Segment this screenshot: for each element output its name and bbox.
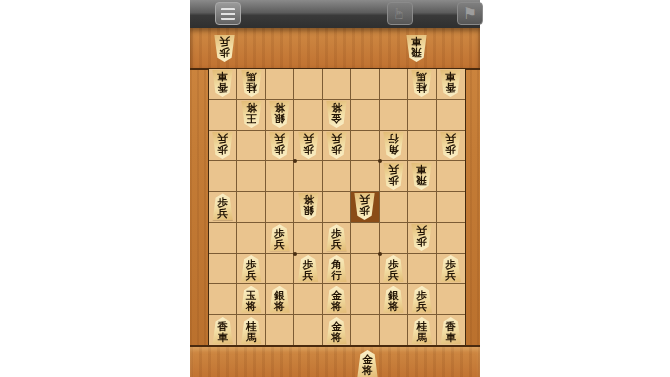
star-point xyxy=(378,252,382,256)
piece-7h[interactable]: 銀将 xyxy=(268,286,291,313)
square-9f[interactable] xyxy=(209,223,237,254)
piece-kanji: 香車 xyxy=(445,318,456,344)
piece-2f[interactable]: 歩兵 xyxy=(410,224,433,251)
piece-kanji: 銀将 xyxy=(388,287,399,313)
square-7g[interactable] xyxy=(266,254,294,285)
piece-8g[interactable]: 歩兵 xyxy=(240,255,263,282)
piece-5i[interactable]: 金将 xyxy=(325,317,348,344)
square-5e[interactable] xyxy=(323,192,351,223)
piece-kanji: 歩兵 xyxy=(246,256,257,282)
square-9c[interactable]: 歩兵 xyxy=(209,131,237,162)
square-9d[interactable] xyxy=(209,161,237,192)
piece-7f[interactable]: 歩兵 xyxy=(268,224,291,251)
square-5c[interactable]: 歩兵 xyxy=(323,131,351,162)
square-3a[interactable] xyxy=(380,69,408,100)
piece-5b[interactable]: 金将 xyxy=(325,101,348,128)
square-6b[interactable] xyxy=(294,100,322,131)
square-5h[interactable]: 金将 xyxy=(323,284,351,315)
piece-7c[interactable]: 歩兵 xyxy=(268,132,291,159)
piece-kanji: 歩兵 xyxy=(416,287,427,313)
square-3h[interactable]: 銀将 xyxy=(380,284,408,315)
piece-kanji: 金将 xyxy=(331,318,342,344)
flag-button[interactable]: ⚑ xyxy=(457,2,483,25)
piece-kanji: 王将 xyxy=(246,102,257,128)
piece-kanji: 桂馬 xyxy=(416,318,427,344)
piece-3g[interactable]: 歩兵 xyxy=(382,255,405,282)
square-9e[interactable]: 歩兵 xyxy=(209,192,237,223)
piece-kanji: 飛車 xyxy=(416,163,427,189)
square-2d[interactable]: 飛車 xyxy=(408,161,436,192)
piece-9c[interactable]: 歩兵 xyxy=(211,132,234,159)
piece-3d[interactable]: 歩兵 xyxy=(382,163,405,190)
square-7f[interactable]: 歩兵 xyxy=(266,223,294,254)
square-9h[interactable] xyxy=(209,284,237,315)
piece-2a[interactable]: 桂馬 xyxy=(410,70,433,97)
square-2i[interactable]: 桂馬 xyxy=(408,315,436,346)
square-8e[interactable] xyxy=(237,192,265,223)
piece-3h[interactable]: 銀将 xyxy=(382,286,405,313)
square-5i[interactable]: 金将 xyxy=(323,315,351,346)
square-1g[interactable]: 歩兵 xyxy=(437,254,465,285)
piece-1i[interactable]: 香車 xyxy=(439,317,462,344)
piece-kanji: 玉将 xyxy=(246,287,257,313)
piece-2i[interactable]: 桂馬 xyxy=(410,317,433,344)
piece-8b[interactable]: 王将 xyxy=(240,101,263,128)
square-2h[interactable]: 歩兵 xyxy=(408,284,436,315)
square-5a[interactable] xyxy=(323,69,351,100)
square-4c[interactable] xyxy=(351,131,379,162)
square-8h[interactable]: 玉将 xyxy=(237,284,265,315)
piece-5c[interactable]: 歩兵 xyxy=(325,132,348,159)
square-2c[interactable] xyxy=(408,131,436,162)
square-5d[interactable] xyxy=(323,161,351,192)
square-4g[interactable] xyxy=(351,254,379,285)
piece-kanji: 銀将 xyxy=(274,102,285,128)
square-4b[interactable] xyxy=(351,100,379,131)
piece-kanji: 香車 xyxy=(217,318,228,344)
piece-kanji: 歩兵 xyxy=(445,133,456,159)
square-4i[interactable] xyxy=(351,315,379,346)
square-6g[interactable]: 歩兵 xyxy=(294,254,322,285)
square-9a[interactable]: 香車 xyxy=(209,69,237,100)
square-2a[interactable]: 桂馬 xyxy=(408,69,436,100)
piece-kanji: 歩兵 xyxy=(445,256,456,282)
square-1i[interactable]: 香車 xyxy=(437,315,465,346)
piece-kanji: 桂馬 xyxy=(246,318,257,344)
square-1h[interactable] xyxy=(437,284,465,315)
square-7h[interactable]: 銀将 xyxy=(266,284,294,315)
piece-kanji: 金将 xyxy=(362,351,373,377)
piece-kanji: 歩兵 xyxy=(331,225,342,251)
piece-kanji: 歩兵 xyxy=(388,163,399,189)
square-4e[interactable]: 歩兵 xyxy=(351,192,379,223)
piece-kanji: 香車 xyxy=(445,71,456,97)
square-3d[interactable]: 歩兵 xyxy=(380,161,408,192)
square-6c[interactable]: 歩兵 xyxy=(294,131,322,162)
piece-4e[interactable]: 歩兵 xyxy=(353,193,376,220)
piece-6g[interactable]: 歩兵 xyxy=(297,255,320,282)
square-6i[interactable] xyxy=(294,315,322,346)
square-1f[interactable] xyxy=(437,223,465,254)
piece-5f[interactable]: 歩兵 xyxy=(325,224,348,251)
menu-list-button[interactable] xyxy=(215,2,241,25)
square-4f[interactable] xyxy=(351,223,379,254)
piece-8i[interactable]: 桂馬 xyxy=(240,317,263,344)
square-2b[interactable] xyxy=(408,100,436,131)
piece-2h[interactable]: 歩兵 xyxy=(410,286,433,313)
piece-kanji: 金将 xyxy=(331,287,342,313)
star-point xyxy=(293,252,297,256)
piece-kanji: 歩兵 xyxy=(303,256,314,282)
square-9g[interactable] xyxy=(209,254,237,285)
square-3e[interactable] xyxy=(380,192,408,223)
toolbar: ☞ ⚑ xyxy=(190,0,480,29)
white-captured-tray: 歩兵飛車 xyxy=(190,28,480,70)
piece-kanji: 歩兵 xyxy=(331,133,342,159)
flag-icon: ⚑ xyxy=(463,6,477,22)
square-8i[interactable]: 桂馬 xyxy=(237,315,265,346)
piece-kanji: 銀将 xyxy=(274,287,285,313)
square-5b[interactable]: 金将 xyxy=(323,100,351,131)
piece-kanji: 歩兵 xyxy=(274,133,285,159)
square-7a[interactable] xyxy=(266,69,294,100)
square-3c[interactable]: 角行 xyxy=(380,131,408,162)
square-3i[interactable] xyxy=(380,315,408,346)
black-captured-tray: 金将 xyxy=(190,345,480,377)
square-6a[interactable] xyxy=(294,69,322,100)
menu-list-icon xyxy=(221,8,235,20)
shogi-app: ☞ ⚑ 歩兵飛車 香車桂馬桂馬香車王将銀将金将歩兵歩兵歩兵歩兵角行歩兵歩兵飛車歩… xyxy=(190,0,480,377)
square-4d[interactable] xyxy=(351,161,379,192)
piece-kanji: 金将 xyxy=(331,102,342,128)
piece-5g[interactable]: 角行 xyxy=(325,255,348,282)
square-6h[interactable] xyxy=(294,284,322,315)
square-2f[interactable]: 歩兵 xyxy=(408,223,436,254)
square-9b[interactable] xyxy=(209,100,237,131)
square-2e[interactable] xyxy=(408,192,436,223)
square-8g[interactable]: 歩兵 xyxy=(237,254,265,285)
square-6f[interactable] xyxy=(294,223,322,254)
square-5g[interactable]: 角行 xyxy=(323,254,351,285)
square-1d[interactable] xyxy=(437,161,465,192)
square-1a[interactable]: 香車 xyxy=(437,69,465,100)
piece-kanji: 銀将 xyxy=(303,194,314,220)
piece-7b[interactable]: 銀将 xyxy=(268,101,291,128)
piece-6c[interactable]: 歩兵 xyxy=(297,132,320,159)
piece-kanji: 歩兵 xyxy=(217,133,228,159)
piece-kanji: 歩兵 xyxy=(303,133,314,159)
piece-kanji: 桂馬 xyxy=(416,71,427,97)
square-4h[interactable] xyxy=(351,284,379,315)
square-4a[interactable] xyxy=(351,69,379,100)
square-7e[interactable] xyxy=(266,192,294,223)
piece-1g[interactable]: 歩兵 xyxy=(439,255,462,282)
piece-kanji: 飛車 xyxy=(411,36,422,62)
piece-black-hand-0[interactable]: 金将 xyxy=(356,350,379,377)
square-8c[interactable] xyxy=(237,131,265,162)
square-6e[interactable]: 銀将 xyxy=(294,192,322,223)
piece-2d[interactable]: 飛車 xyxy=(410,163,433,190)
piece-1a[interactable]: 香車 xyxy=(439,70,462,97)
square-9i[interactable]: 香車 xyxy=(209,315,237,346)
square-5f[interactable]: 歩兵 xyxy=(323,223,351,254)
piece-kanji: 歩兵 xyxy=(274,225,285,251)
piece-5h[interactable]: 金将 xyxy=(325,286,348,313)
piece-kanji: 歩兵 xyxy=(359,194,370,220)
square-7d[interactable] xyxy=(266,161,294,192)
square-7i[interactable] xyxy=(266,315,294,346)
piece-9i[interactable]: 香車 xyxy=(211,317,234,344)
square-8f[interactable] xyxy=(237,223,265,254)
square-6d[interactable] xyxy=(294,161,322,192)
piece-kanji: 歩兵 xyxy=(416,225,427,251)
piece-8h[interactable]: 玉将 xyxy=(240,286,263,313)
piece-white-hand-1[interactable]: 飛車 xyxy=(405,35,428,62)
piece-kanji: 角行 xyxy=(388,133,399,159)
piece-1c[interactable]: 歩兵 xyxy=(439,132,462,159)
square-1e[interactable] xyxy=(437,192,465,223)
piece-white-hand-0[interactable]: 歩兵 xyxy=(213,35,236,62)
piece-kanji: 香車 xyxy=(217,71,228,97)
square-8d[interactable] xyxy=(237,161,265,192)
piece-kanji: 歩兵 xyxy=(388,256,399,282)
piece-kanji: 歩兵 xyxy=(219,36,230,62)
hand-button[interactable]: ☞ xyxy=(387,2,413,25)
square-7b[interactable]: 銀将 xyxy=(266,100,294,131)
piece-6e[interactable]: 銀将 xyxy=(297,193,320,220)
piece-9e[interactable]: 歩兵 xyxy=(211,193,234,220)
piece-8a[interactable]: 桂馬 xyxy=(240,70,263,97)
square-2g[interactable] xyxy=(408,254,436,285)
piece-kanji: 桂馬 xyxy=(246,71,257,97)
square-1b[interactable] xyxy=(437,100,465,131)
piece-kanji: 角行 xyxy=(331,256,342,282)
piece-3c[interactable]: 角行 xyxy=(382,132,405,159)
hand-icon: ☞ xyxy=(392,7,407,20)
square-3g[interactable]: 歩兵 xyxy=(380,254,408,285)
square-8b[interactable]: 王将 xyxy=(237,100,265,131)
square-7c[interactable]: 歩兵 xyxy=(266,131,294,162)
piece-kanji: 歩兵 xyxy=(217,194,228,220)
shogi-board: 香車桂馬桂馬香車王将銀将金将歩兵歩兵歩兵歩兵角行歩兵歩兵飛車歩兵銀将歩兵歩兵歩兵… xyxy=(208,68,466,347)
square-1c[interactable]: 歩兵 xyxy=(437,131,465,162)
square-8a[interactable]: 桂馬 xyxy=(237,69,265,100)
square-3b[interactable] xyxy=(380,100,408,131)
square-3f[interactable] xyxy=(380,223,408,254)
piece-9a[interactable]: 香車 xyxy=(211,70,234,97)
